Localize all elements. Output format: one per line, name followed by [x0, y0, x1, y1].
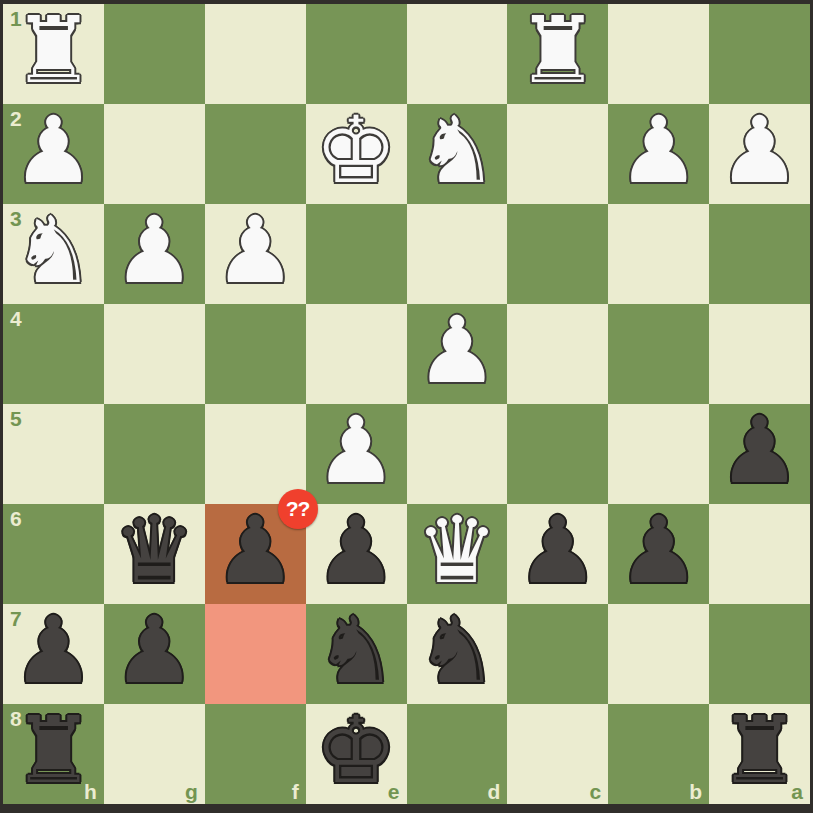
piece-white-pawn[interactable]: ♟ — [416, 305, 498, 397]
piece-white-pawn[interactable]: ♟ — [315, 405, 397, 497]
file-label-g: g — [185, 781, 198, 802]
square-a2[interactable]: ♟ — [709, 104, 810, 204]
square-f4[interactable] — [205, 304, 306, 404]
square-f8[interactable]: f — [205, 704, 306, 804]
square-d8[interactable]: d — [407, 704, 508, 804]
square-c8[interactable]: c — [507, 704, 608, 804]
square-b1[interactable] — [608, 4, 709, 104]
piece-white-knight[interactable]: ♞ — [12, 205, 94, 297]
piece-black-pawn[interactable]: ♟ — [113, 605, 195, 697]
piece-black-queen[interactable]: ♛ — [113, 505, 195, 597]
square-b3[interactable] — [608, 204, 709, 304]
square-g6[interactable]: ♛ — [104, 504, 205, 604]
square-a8[interactable]: a♜ — [709, 704, 810, 804]
square-d2[interactable]: ♞ — [407, 104, 508, 204]
square-h5[interactable]: 5 — [3, 404, 104, 504]
square-a6[interactable] — [709, 504, 810, 604]
square-h4[interactable]: 4 — [3, 304, 104, 404]
square-e7[interactable]: ♞ — [306, 604, 407, 704]
piece-black-pawn[interactable]: ♟ — [315, 505, 397, 597]
square-g2[interactable] — [104, 104, 205, 204]
square-e3[interactable] — [306, 204, 407, 304]
piece-white-knight[interactable]: ♞ — [416, 105, 498, 197]
square-f3[interactable]: ♟ — [205, 204, 306, 304]
square-f1[interactable] — [205, 4, 306, 104]
square-h7[interactable]: 7♟ — [3, 604, 104, 704]
piece-white-queen[interactable]: ♛ — [416, 505, 498, 597]
piece-white-pawn[interactable]: ♟ — [718, 105, 800, 197]
square-c6[interactable]: ♟ — [507, 504, 608, 604]
square-f5[interactable] — [205, 404, 306, 504]
piece-black-pawn[interactable]: ♟ — [517, 505, 599, 597]
piece-black-knight[interactable]: ♞ — [416, 605, 498, 697]
piece-white-pawn[interactable]: ♟ — [113, 205, 195, 297]
square-c7[interactable] — [507, 604, 608, 704]
square-b7[interactable] — [608, 604, 709, 704]
piece-white-king[interactable]: ♚ — [315, 105, 397, 197]
square-e8[interactable]: e♚ — [306, 704, 407, 804]
square-b8[interactable]: b — [608, 704, 709, 804]
square-d5[interactable] — [407, 404, 508, 504]
square-e5[interactable]: ♟ — [306, 404, 407, 504]
square-d1[interactable] — [407, 4, 508, 104]
rank-label-6: 6 — [10, 508, 22, 529]
square-h8[interactable]: 8h♜ — [3, 704, 104, 804]
square-g5[interactable] — [104, 404, 205, 504]
square-g4[interactable] — [104, 304, 205, 404]
piece-black-pawn[interactable]: ♟ — [214, 505, 296, 597]
square-b6[interactable]: ♟ — [608, 504, 709, 604]
square-g7[interactable]: ♟ — [104, 604, 205, 704]
square-d3[interactable] — [407, 204, 508, 304]
piece-white-pawn[interactable]: ♟ — [617, 105, 699, 197]
piece-white-pawn[interactable]: ♟ — [214, 205, 296, 297]
square-h3[interactable]: 3♞ — [3, 204, 104, 304]
square-c2[interactable] — [507, 104, 608, 204]
square-e6[interactable]: ♟ — [306, 504, 407, 604]
square-e4[interactable] — [306, 304, 407, 404]
square-b2[interactable]: ♟ — [608, 104, 709, 204]
board-frame: 1♜♜2♟♚♞♟♟3♞♟♟4♟5♟♟6♛♟??♟♛♟♟7♟♟♞♞8h♜gfe♚d… — [0, 0, 813, 813]
piece-white-rook[interactable]: ♜ — [517, 5, 599, 97]
square-h2[interactable]: 2♟ — [3, 104, 104, 204]
square-h6[interactable]: 6 — [3, 504, 104, 604]
square-g1[interactable] — [104, 4, 205, 104]
piece-black-king[interactable]: ♚ — [315, 705, 397, 797]
file-label-d: d — [488, 781, 501, 802]
file-label-b: b — [689, 781, 702, 802]
piece-white-pawn[interactable]: ♟ — [12, 105, 94, 197]
square-d7[interactable]: ♞ — [407, 604, 508, 704]
square-e2[interactable]: ♚ — [306, 104, 407, 204]
rank-label-4: 4 — [10, 308, 22, 329]
square-c1[interactable]: ♜ — [507, 4, 608, 104]
square-c3[interactable] — [507, 204, 608, 304]
square-a4[interactable] — [709, 304, 810, 404]
piece-black-pawn[interactable]: ♟ — [617, 505, 699, 597]
file-label-f: f — [292, 781, 299, 802]
piece-black-rook[interactable]: ♜ — [12, 705, 94, 797]
square-f6[interactable]: ♟?? — [205, 504, 306, 604]
square-g8[interactable]: g — [104, 704, 205, 804]
square-b5[interactable] — [608, 404, 709, 504]
square-c4[interactable] — [507, 304, 608, 404]
square-f7[interactable] — [205, 604, 306, 704]
square-a1[interactable] — [709, 4, 810, 104]
square-b4[interactable] — [608, 304, 709, 404]
square-a3[interactable] — [709, 204, 810, 304]
file-label-c: c — [590, 781, 602, 802]
square-h1[interactable]: 1♜ — [3, 4, 104, 104]
square-a7[interactable] — [709, 604, 810, 704]
square-f2[interactable] — [205, 104, 306, 204]
square-d4[interactable]: ♟ — [407, 304, 508, 404]
piece-black-rook[interactable]: ♜ — [718, 705, 800, 797]
square-d6[interactable]: ♛ — [407, 504, 508, 604]
square-c5[interactable] — [507, 404, 608, 504]
square-a5[interactable]: ♟ — [709, 404, 810, 504]
square-g3[interactable]: ♟ — [104, 204, 205, 304]
square-e1[interactable] — [306, 4, 407, 104]
piece-black-pawn[interactable]: ♟ — [12, 605, 94, 697]
piece-black-pawn[interactable]: ♟ — [718, 405, 800, 497]
piece-white-rook[interactable]: ♜ — [12, 5, 94, 97]
rank-label-5: 5 — [10, 408, 22, 429]
piece-black-knight[interactable]: ♞ — [315, 605, 397, 697]
chess-board: 1♜♜2♟♚♞♟♟3♞♟♟4♟5♟♟6♛♟??♟♛♟♟7♟♟♞♞8h♜gfe♚d… — [3, 4, 810, 804]
